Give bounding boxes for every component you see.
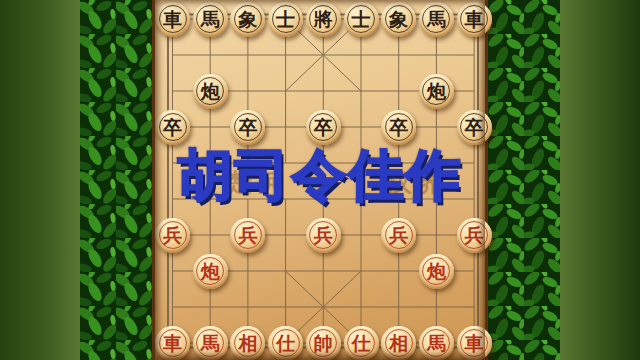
screenshot-root: 楚河 汉界 車馬象士將士象馬車炮炮卒卒卒卒卒兵兵兵兵兵炮炮車馬相仕帥仕相馬車 胡…	[0, 0, 640, 360]
piece-character: 馬	[427, 334, 446, 353]
piece-red-r9c3[interactable]: 仕	[268, 326, 303, 360]
piece-character: 車	[163, 10, 182, 29]
river-text-han-jie: 汉界	[387, 166, 449, 199]
piece-black-r0c8[interactable]: 車	[457, 2, 492, 37]
piece-red-r9c1[interactable]: 馬	[193, 326, 228, 360]
piece-character: 炮	[201, 82, 220, 101]
piece-red-r9c0[interactable]: 車	[155, 326, 190, 360]
piece-red-r7c1[interactable]: 炮	[193, 254, 228, 289]
piece-character: 象	[389, 10, 408, 29]
piece-red-r9c6[interactable]: 相	[381, 326, 416, 360]
piece-black-r0c4[interactable]: 將	[306, 2, 341, 37]
piece-black-r0c2[interactable]: 象	[230, 2, 265, 37]
piece-character: 仕	[352, 334, 371, 353]
piece-character: 車	[163, 334, 182, 353]
piece-black-r3c8[interactable]: 卒	[457, 110, 492, 145]
background-gradient-right	[560, 0, 640, 360]
piece-red-r6c4[interactable]: 兵	[306, 218, 341, 253]
piece-red-r9c4[interactable]: 帥	[306, 326, 341, 360]
piece-character: 兵	[314, 226, 333, 245]
piece-black-r0c3[interactable]: 士	[268, 2, 303, 37]
piece-character: 炮	[427, 262, 446, 281]
river-text-chu-he: 楚河	[227, 166, 289, 199]
piece-red-r6c2[interactable]: 兵	[230, 218, 265, 253]
piece-character: 仕	[276, 334, 295, 353]
piece-character: 卒	[314, 118, 333, 137]
piece-red-r9c8[interactable]: 車	[457, 326, 492, 360]
piece-black-r2c1[interactable]: 炮	[193, 74, 228, 109]
piece-character: 卒	[238, 118, 257, 137]
piece-character: 相	[238, 334, 257, 353]
piece-character: 兵	[163, 226, 182, 245]
piece-character: 相	[389, 334, 408, 353]
piece-black-r3c4[interactable]: 卒	[306, 110, 341, 145]
piece-character: 兵	[465, 226, 484, 245]
piece-character: 兵	[389, 226, 408, 245]
piece-red-r9c5[interactable]: 仕	[344, 326, 379, 360]
piece-character: 卒	[163, 118, 182, 137]
piece-black-r2c7[interactable]: 炮	[419, 74, 454, 109]
piece-character: 馬	[201, 10, 220, 29]
leaves-photo-left	[80, 0, 152, 360]
background-gradient-left	[0, 0, 80, 360]
piece-black-r3c6[interactable]: 卒	[381, 110, 416, 145]
piece-black-r0c6[interactable]: 象	[381, 2, 416, 37]
piece-character: 車	[465, 334, 484, 353]
piece-black-r0c5[interactable]: 士	[344, 2, 379, 37]
piece-red-r9c2[interactable]: 相	[230, 326, 265, 360]
piece-black-r0c0[interactable]: 車	[155, 2, 190, 37]
piece-black-r0c7[interactable]: 馬	[419, 2, 454, 37]
piece-black-r3c2[interactable]: 卒	[230, 110, 265, 145]
piece-character: 士	[276, 10, 295, 29]
piece-character: 兵	[238, 226, 257, 245]
piece-black-r3c0[interactable]: 卒	[155, 110, 190, 145]
xiangqi-board[interactable]: 楚河 汉界 車馬象士將士象馬車炮炮卒卒卒卒卒兵兵兵兵兵炮炮車馬相仕帥仕相馬車	[152, 0, 488, 360]
piece-red-r6c8[interactable]: 兵	[457, 218, 492, 253]
piece-red-r7c7[interactable]: 炮	[419, 254, 454, 289]
piece-character: 炮	[201, 262, 220, 281]
piece-character: 卒	[389, 118, 408, 137]
leaves-photo-right	[488, 0, 560, 360]
piece-character: 炮	[427, 82, 446, 101]
piece-character: 帥	[314, 334, 333, 353]
piece-character: 車	[465, 10, 484, 29]
piece-character: 象	[238, 10, 257, 29]
piece-character: 士	[352, 10, 371, 29]
piece-character: 將	[314, 10, 333, 29]
piece-black-r0c1[interactable]: 馬	[193, 2, 228, 37]
piece-red-r9c7[interactable]: 馬	[419, 326, 454, 360]
piece-red-r6c0[interactable]: 兵	[155, 218, 190, 253]
piece-red-r6c6[interactable]: 兵	[381, 218, 416, 253]
piece-character: 馬	[201, 334, 220, 353]
piece-character: 卒	[465, 118, 484, 137]
piece-character: 馬	[427, 10, 446, 29]
